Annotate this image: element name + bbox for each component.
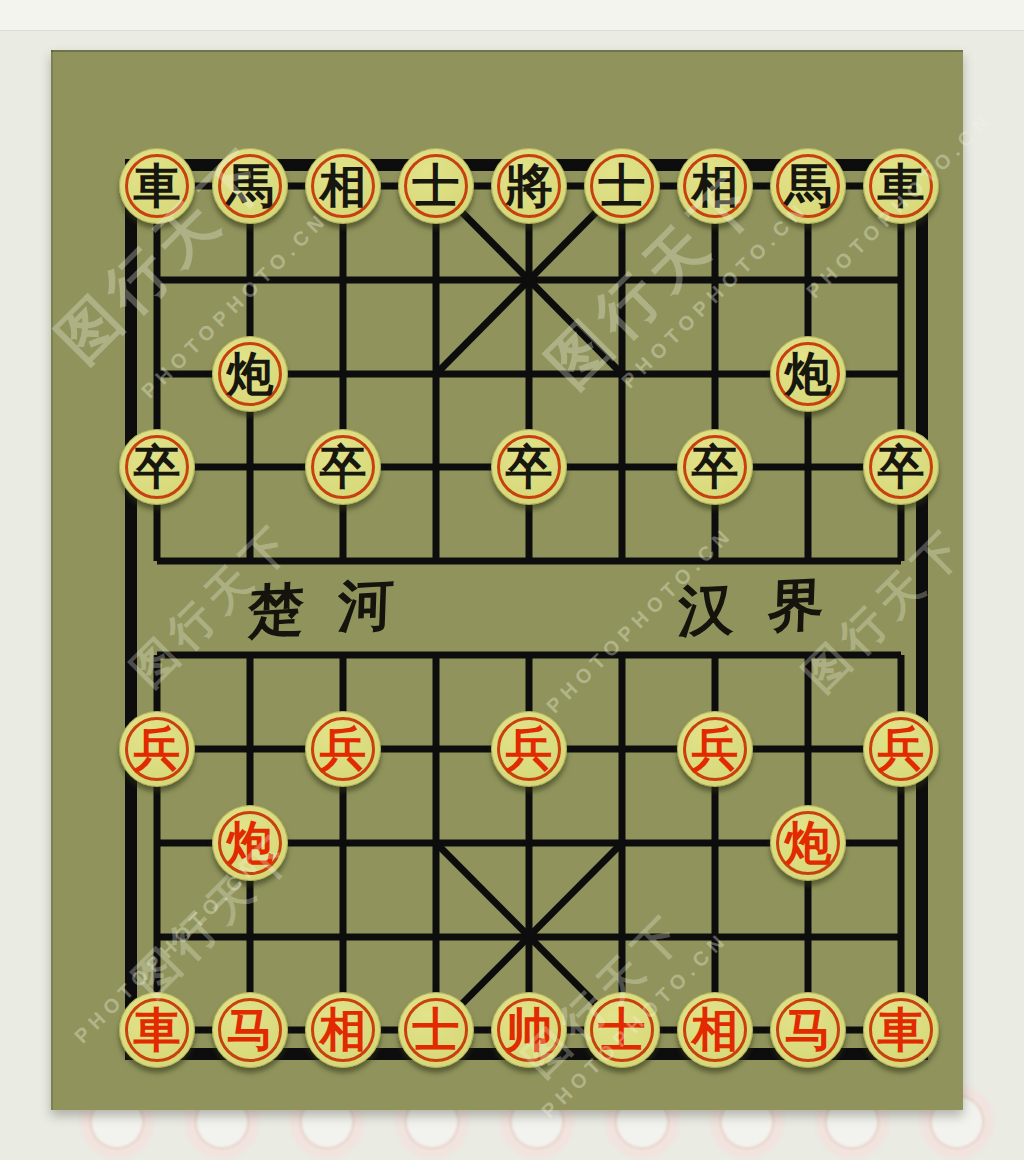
piece-glyph: 炮 xyxy=(785,819,832,866)
piece-glyph: 兵 xyxy=(320,725,367,772)
piece-red-cannon[interactable]: 炮 xyxy=(212,805,288,881)
piece-glyph: 車 xyxy=(878,162,925,209)
piece-black-chariot[interactable]: 車 xyxy=(863,148,939,224)
piece-glyph: 相 xyxy=(692,162,739,209)
piece-glyph: 相 xyxy=(692,1006,739,1053)
piece-glyph: 炮 xyxy=(785,350,832,397)
piece-glyph: 士 xyxy=(599,1006,646,1053)
piece-red-horse[interactable]: 马 xyxy=(770,992,846,1068)
piece-red-chariot[interactable]: 車 xyxy=(863,992,939,1068)
piece-black-advisor[interactable]: 士 xyxy=(584,148,660,224)
piece-red-elephant[interactable]: 相 xyxy=(677,992,753,1068)
piece-red-advisor[interactable]: 士 xyxy=(398,992,474,1068)
piece-red-soldier[interactable]: 兵 xyxy=(491,711,567,787)
piece-black-soldier[interactable]: 卒 xyxy=(119,429,195,505)
piece-glyph: 相 xyxy=(320,162,367,209)
piece-glyph: 將 xyxy=(506,162,553,209)
piece-black-advisor[interactable]: 士 xyxy=(398,148,474,224)
piece-glyph: 卒 xyxy=(692,443,739,490)
piece-red-horse[interactable]: 马 xyxy=(212,992,288,1068)
piece-glyph: 卒 xyxy=(878,443,925,490)
piece-red-soldier[interactable]: 兵 xyxy=(305,711,381,787)
piece-red-soldier[interactable]: 兵 xyxy=(119,711,195,787)
piece-black-soldier[interactable]: 卒 xyxy=(305,429,381,505)
piece-glyph: 兵 xyxy=(878,725,925,772)
page-top-band xyxy=(0,0,1024,31)
piece-glyph: 士 xyxy=(413,1006,460,1053)
piece-black-cannon[interactable]: 炮 xyxy=(770,336,846,412)
piece-glyph: 炮 xyxy=(227,350,274,397)
piece-black-general[interactable]: 將 xyxy=(491,148,567,224)
piece-red-elephant[interactable]: 相 xyxy=(305,992,381,1068)
piece-glyph: 車 xyxy=(134,162,181,209)
piece-red-soldier[interactable]: 兵 xyxy=(863,711,939,787)
piece-glyph: 马 xyxy=(227,1006,274,1053)
piece-glyph: 兵 xyxy=(506,725,553,772)
river-label-chu-he: 楚河 xyxy=(247,573,429,639)
piece-black-chariot[interactable]: 車 xyxy=(119,148,195,224)
piece-red-general[interactable]: 帅 xyxy=(491,992,567,1068)
river-label-han-jie: 汉界 xyxy=(677,573,859,639)
piece-red-soldier[interactable]: 兵 xyxy=(677,711,753,787)
piece-glyph: 马 xyxy=(785,1006,832,1053)
piece-black-elephant[interactable]: 相 xyxy=(677,148,753,224)
piece-glyph: 相 xyxy=(320,1006,367,1053)
piece-red-chariot[interactable]: 車 xyxy=(119,992,195,1068)
piece-glyph: 車 xyxy=(878,1006,925,1053)
piece-black-elephant[interactable]: 相 xyxy=(305,148,381,224)
piece-glyph: 炮 xyxy=(227,819,274,866)
piece-glyph: 士 xyxy=(413,162,460,209)
piece-black-horse[interactable]: 馬 xyxy=(770,148,846,224)
piece-glyph: 帅 xyxy=(506,1006,553,1053)
piece-glyph: 卒 xyxy=(134,443,181,490)
piece-black-soldier[interactable]: 卒 xyxy=(677,429,753,505)
piece-black-cannon[interactable]: 炮 xyxy=(212,336,288,412)
piece-black-horse[interactable]: 馬 xyxy=(212,148,288,224)
piece-glyph: 馬 xyxy=(785,162,832,209)
piece-glyph: 士 xyxy=(599,162,646,209)
piece-red-advisor[interactable]: 士 xyxy=(584,992,660,1068)
piece-glyph: 馬 xyxy=(227,162,274,209)
piece-glyph: 車 xyxy=(134,1006,181,1053)
piece-glyph: 卒 xyxy=(506,443,553,490)
piece-black-soldier[interactable]: 卒 xyxy=(863,429,939,505)
piece-glyph: 兵 xyxy=(134,725,181,772)
piece-red-cannon[interactable]: 炮 xyxy=(770,805,846,881)
piece-black-soldier[interactable]: 卒 xyxy=(491,429,567,505)
piece-glyph: 卒 xyxy=(320,443,367,490)
piece-glyph: 兵 xyxy=(692,725,739,772)
